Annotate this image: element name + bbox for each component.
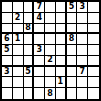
cell-r6c4[interactable] <box>34 56 45 67</box>
cell-r7c7[interactable] <box>67 67 78 78</box>
cell-r6c3[interactable] <box>24 56 35 67</box>
cell-r5c8[interactable] <box>77 45 88 56</box>
cell-r5c6[interactable] <box>56 45 67 56</box>
cell-r8c5[interactable] <box>45 77 56 88</box>
cell-r3c7[interactable] <box>67 24 78 35</box>
cell-r8c8[interactable] <box>77 77 88 88</box>
cell-r5c2[interactable] <box>13 45 24 56</box>
cell-r7c1[interactable]: 3 <box>2 67 13 78</box>
cell-r9c7[interactable] <box>67 88 78 99</box>
cell-r1c8[interactable]: 3 <box>77 2 88 13</box>
cell-r3c3[interactable]: 8 <box>24 24 35 35</box>
cell-r3c1[interactable] <box>2 24 13 35</box>
cell-r6c8[interactable] <box>77 56 88 67</box>
cell-r8c2[interactable] <box>13 77 24 88</box>
cell-r9c9[interactable] <box>88 88 99 99</box>
cell-r6c1[interactable] <box>2 56 13 67</box>
cell-r5c3[interactable] <box>24 45 35 56</box>
cell-r4c6[interactable] <box>56 34 67 45</box>
cell-r7c2[interactable] <box>13 67 24 78</box>
cell-r9c4[interactable] <box>34 88 45 99</box>
cell-r2c7[interactable] <box>67 13 78 24</box>
cell-r8c4[interactable] <box>34 77 45 88</box>
cell-r9c2[interactable] <box>13 88 24 99</box>
cell-r2c3[interactable] <box>24 13 35 24</box>
cell-r3c9[interactable] <box>88 24 99 35</box>
cell-r7c3[interactable]: 5 <box>24 67 35 78</box>
cell-r5c5[interactable] <box>45 45 56 56</box>
cell-r9c3[interactable] <box>24 88 35 99</box>
cell-r1c2[interactable] <box>13 2 24 13</box>
cell-r8c9[interactable] <box>88 77 99 88</box>
cell-r9c6[interactable] <box>56 88 67 99</box>
cell-r6c9[interactable] <box>88 56 99 67</box>
cell-r3c2[interactable] <box>13 24 24 35</box>
cell-r7c6[interactable] <box>56 67 67 78</box>
cell-r5c7[interactable] <box>67 45 78 56</box>
cell-r8c1[interactable] <box>2 77 13 88</box>
cell-r2c5[interactable] <box>45 13 56 24</box>
cell-r4c8[interactable] <box>77 34 88 45</box>
cell-r8c3[interactable] <box>24 77 35 88</box>
cell-r3c4[interactable] <box>34 24 45 35</box>
cell-r3c8[interactable] <box>77 24 88 35</box>
cell-r7c5[interactable] <box>45 67 56 78</box>
cell-r1c6[interactable] <box>56 2 67 13</box>
cell-r1c5[interactable] <box>45 2 56 13</box>
cell-r3c5[interactable] <box>45 24 56 35</box>
cell-r4c1[interactable]: 6 <box>2 34 13 45</box>
cell-r5c9[interactable] <box>88 45 99 56</box>
cell-r7c9[interactable] <box>88 67 99 78</box>
cell-r4c7[interactable]: 8 <box>67 34 78 45</box>
cell-r9c1[interactable] <box>2 88 13 99</box>
cell-r1c9[interactable] <box>88 2 99 13</box>
cell-r4c4[interactable] <box>34 34 45 45</box>
cell-r1c4[interactable]: 7 <box>34 2 45 13</box>
cell-r8c6[interactable]: 1 <box>56 77 67 88</box>
cell-r6c2[interactable] <box>13 56 24 67</box>
cell-r4c9[interactable] <box>88 34 99 45</box>
cell-r6c5[interactable]: 2 <box>45 56 56 67</box>
cell-r1c3[interactable] <box>24 2 35 13</box>
cell-r2c1[interactable] <box>2 13 13 24</box>
sudoku-board: 75324861853235718 <box>0 0 101 101</box>
cell-r6c6[interactable] <box>56 56 67 67</box>
cell-r9c5[interactable]: 8 <box>45 88 56 99</box>
cell-r7c8[interactable]: 7 <box>77 67 88 78</box>
cell-r4c5[interactable] <box>45 34 56 45</box>
cell-r2c9[interactable] <box>88 13 99 24</box>
cell-r1c1[interactable] <box>2 2 13 13</box>
cell-r2c6[interactable] <box>56 13 67 24</box>
cell-r1c7[interactable]: 5 <box>67 2 78 13</box>
cell-r2c8[interactable] <box>77 13 88 24</box>
cell-r5c1[interactable]: 5 <box>2 45 13 56</box>
cell-r4c2[interactable]: 1 <box>13 34 24 45</box>
cell-r8c7[interactable] <box>67 77 78 88</box>
cell-r2c4[interactable]: 4 <box>34 13 45 24</box>
cell-r4c3[interactable] <box>24 34 35 45</box>
cell-r3c6[interactable] <box>56 24 67 35</box>
cell-r6c7[interactable] <box>67 56 78 67</box>
cell-r7c4[interactable] <box>34 67 45 78</box>
cell-r2c2[interactable]: 2 <box>13 13 24 24</box>
cell-r9c8[interactable] <box>77 88 88 99</box>
cell-r5c4[interactable]: 3 <box>34 45 45 56</box>
